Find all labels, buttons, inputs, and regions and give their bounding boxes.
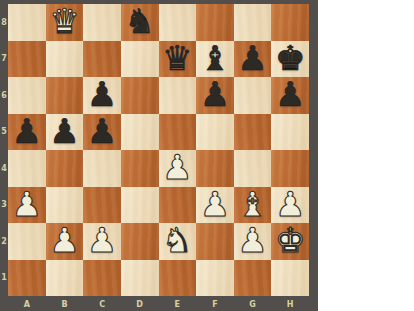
square-e1[interactable]: [159, 260, 197, 297]
square-c8[interactable]: [83, 4, 121, 41]
square-d2[interactable]: [121, 223, 159, 260]
square-f5[interactable]: [196, 114, 234, 151]
square-c2[interactable]: ♟: [83, 223, 121, 260]
piece-black-pawn-h6[interactable]: ♟: [275, 77, 305, 111]
square-b3[interactable]: [46, 187, 84, 224]
piece-black-pawn-f6[interactable]: ♟: [200, 77, 230, 111]
square-c3[interactable]: [83, 187, 121, 224]
rank-label-5: 5: [0, 114, 8, 151]
page: 87654321 ♛♞♛♝♟♚♟♟♟♟♟♟♟♟♟♝♟♟♟♞♟♚ ABCDEFGH: [0, 0, 414, 311]
square-h7[interactable]: ♚: [271, 41, 309, 78]
square-a6[interactable]: [8, 77, 46, 114]
square-h6[interactable]: ♟: [271, 77, 309, 114]
square-h4[interactable]: [271, 150, 309, 187]
square-d3[interactable]: [121, 187, 159, 224]
square-a3[interactable]: ♟: [8, 187, 46, 224]
piece-white-pawn-b2[interactable]: ♟: [49, 223, 79, 257]
square-a5[interactable]: ♟: [8, 114, 46, 151]
piece-white-pawn-a3[interactable]: ♟: [12, 187, 42, 221]
piece-white-queen-b8[interactable]: ♛: [49, 4, 79, 38]
piece-black-pawn-g7[interactable]: ♟: [237, 41, 267, 75]
piece-white-pawn-h3[interactable]: ♟: [275, 187, 305, 221]
square-c5[interactable]: ♟: [83, 114, 121, 151]
piece-black-knight-d8[interactable]: ♞: [124, 4, 154, 38]
square-e7[interactable]: ♛: [159, 41, 197, 78]
square-d4[interactable]: [121, 150, 159, 187]
file-label-b: B: [46, 296, 84, 310]
square-b2[interactable]: ♟: [46, 223, 84, 260]
rank-label-1: 1: [0, 260, 8, 297]
square-g1[interactable]: [234, 260, 272, 297]
square-e8[interactable]: [159, 4, 197, 41]
square-c7[interactable]: [83, 41, 121, 78]
rank-labels: 87654321: [0, 4, 8, 296]
file-label-f: F: [196, 296, 234, 310]
piece-white-knight-e2[interactable]: ♞: [162, 223, 192, 257]
square-h3[interactable]: ♟: [271, 187, 309, 224]
square-a8[interactable]: [8, 4, 46, 41]
file-label-g: G: [234, 296, 272, 310]
file-label-c: C: [83, 296, 121, 310]
square-a2[interactable]: [8, 223, 46, 260]
square-g8[interactable]: [234, 4, 272, 41]
square-e4[interactable]: ♟: [159, 150, 197, 187]
square-f6[interactable]: ♟: [196, 77, 234, 114]
square-f7[interactable]: ♝: [196, 41, 234, 78]
square-a1[interactable]: [8, 260, 46, 297]
square-h5[interactable]: [271, 114, 309, 151]
piece-black-bishop-f7[interactable]: ♝: [200, 41, 230, 75]
square-d8[interactable]: ♞: [121, 4, 159, 41]
square-c1[interactable]: [83, 260, 121, 297]
square-g7[interactable]: ♟: [234, 41, 272, 78]
file-label-h: H: [271, 296, 309, 310]
piece-black-king-h7[interactable]: ♚: [275, 41, 305, 75]
square-e2[interactable]: ♞: [159, 223, 197, 260]
square-d1[interactable]: [121, 260, 159, 297]
square-b5[interactable]: ♟: [46, 114, 84, 151]
square-g5[interactable]: [234, 114, 272, 151]
piece-white-pawn-e4[interactable]: ♟: [162, 150, 192, 184]
rank-label-2: 2: [0, 223, 8, 260]
rank-label-8: 8: [0, 4, 8, 41]
square-e6[interactable]: [159, 77, 197, 114]
square-b1[interactable]: [46, 260, 84, 297]
square-g2[interactable]: ♟: [234, 223, 272, 260]
square-h8[interactable]: [271, 4, 309, 41]
file-label-a: A: [8, 296, 46, 310]
square-e5[interactable]: [159, 114, 197, 151]
file-label-d: D: [121, 296, 159, 310]
square-g3[interactable]: ♝: [234, 187, 272, 224]
square-d7[interactable]: [121, 41, 159, 78]
piece-white-pawn-f3[interactable]: ♟: [200, 187, 230, 221]
square-e3[interactable]: [159, 187, 197, 224]
square-d6[interactable]: [121, 77, 159, 114]
chess-board-frame: 87654321 ♛♞♛♝♟♚♟♟♟♟♟♟♟♟♟♝♟♟♟♞♟♚ ABCDEFGH: [0, 0, 318, 311]
square-d5[interactable]: [121, 114, 159, 151]
rank-label-3: 3: [0, 187, 8, 224]
piece-white-king-h2[interactable]: ♚: [275, 223, 305, 257]
square-g4[interactable]: [234, 150, 272, 187]
square-h1[interactable]: [271, 260, 309, 297]
piece-white-pawn-c2[interactable]: ♟: [87, 223, 117, 257]
square-b4[interactable]: [46, 150, 84, 187]
square-c4[interactable]: [83, 150, 121, 187]
piece-white-pawn-g2[interactable]: ♟: [237, 223, 267, 257]
square-a7[interactable]: [8, 41, 46, 78]
square-b7[interactable]: [46, 41, 84, 78]
chess-board: ♛♞♛♝♟♚♟♟♟♟♟♟♟♟♟♝♟♟♟♞♟♚: [8, 4, 309, 296]
square-f8[interactable]: [196, 4, 234, 41]
square-h2[interactable]: ♚: [271, 223, 309, 260]
rank-label-7: 7: [0, 41, 8, 78]
piece-black-pawn-c6[interactable]: ♟: [87, 77, 117, 111]
square-g6[interactable]: [234, 77, 272, 114]
square-f2[interactable]: [196, 223, 234, 260]
file-labels: ABCDEFGH: [8, 296, 309, 310]
piece-black-pawn-c5[interactable]: ♟: [87, 114, 117, 148]
piece-white-bishop-g3[interactable]: ♝: [237, 187, 267, 221]
square-f3[interactable]: ♟: [196, 187, 234, 224]
piece-black-queen-e7[interactable]: ♛: [162, 41, 192, 75]
rank-label-4: 4: [0, 150, 8, 187]
square-f1[interactable]: [196, 260, 234, 297]
piece-black-pawn-a5[interactable]: ♟: [12, 114, 42, 148]
square-b8[interactable]: ♛: [46, 4, 84, 41]
square-f4[interactable]: [196, 150, 234, 187]
file-label-e: E: [159, 296, 197, 310]
square-b6[interactable]: [46, 77, 84, 114]
rank-label-6: 6: [0, 77, 8, 114]
square-a4[interactable]: [8, 150, 46, 187]
piece-black-pawn-b5[interactable]: ♟: [49, 114, 79, 148]
square-c6[interactable]: ♟: [83, 77, 121, 114]
